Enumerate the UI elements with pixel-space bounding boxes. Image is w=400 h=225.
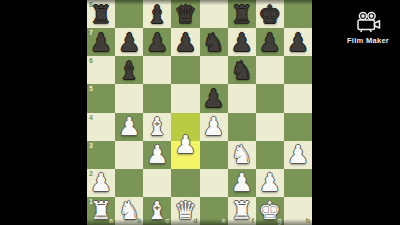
film-maker-watermark: Film Maker — [344, 11, 392, 45]
square-b7[interactable]: ♟ — [115, 28, 143, 56]
watermark-label: Film Maker — [347, 36, 389, 45]
square-g6[interactable] — [256, 56, 284, 84]
square-g4[interactable] — [256, 113, 284, 141]
square-a2[interactable]: 2♟ — [87, 169, 115, 197]
square-f3[interactable]: ♞ — [228, 141, 256, 169]
movie-camera-icon — [355, 11, 382, 34]
square-e4[interactable]: ♟ — [200, 113, 228, 141]
square-a6[interactable]: 6 — [87, 56, 115, 84]
square-f4[interactable] — [228, 113, 256, 141]
video-frame: 8♜♝♛♜♚7♟♟♟♟♞♟♟♟6♝♞5♟4♟♝♟3♟♟♞♟2♟♟♟1a♜b♞c♝… — [0, 0, 400, 225]
piece-black-rook-a8[interactable]: ♜ — [90, 2, 112, 27]
square-g8[interactable]: ♚ — [256, 0, 284, 28]
square-b3[interactable] — [115, 141, 143, 169]
rank-label-6: 6 — [89, 57, 93, 64]
piece-white-pawn-b4[interactable]: ♟ — [118, 114, 140, 139]
square-e6[interactable] — [200, 56, 228, 84]
piece-black-pawn-b7[interactable]: ♟ — [118, 30, 140, 55]
square-a7[interactable]: 7♟ — [87, 28, 115, 56]
square-f2[interactable]: ♟ — [228, 169, 256, 197]
square-d3[interactable]: ♟ — [171, 141, 199, 169]
square-c4[interactable]: ♝ — [143, 113, 171, 141]
piece-white-pawn-d3[interactable]: ♟ — [174, 132, 196, 157]
piece-white-pawn-f2[interactable]: ♟ — [230, 170, 252, 195]
square-c6[interactable] — [143, 56, 171, 84]
piece-black-rook-f8[interactable]: ♜ — [230, 2, 252, 27]
square-h1[interactable]: h — [284, 197, 312, 225]
square-d8[interactable]: ♛ — [171, 0, 199, 28]
square-e1[interactable]: e — [200, 197, 228, 225]
square-g3[interactable] — [256, 141, 284, 169]
piece-black-pawn-e5[interactable]: ♟ — [202, 86, 224, 111]
square-b2[interactable] — [115, 169, 143, 197]
piece-black-queen-d8[interactable]: ♛ — [174, 2, 196, 27]
square-b5[interactable] — [115, 84, 143, 112]
square-h6[interactable] — [284, 56, 312, 84]
square-b4[interactable]: ♟ — [115, 113, 143, 141]
square-c8[interactable]: ♝ — [143, 0, 171, 28]
piece-black-pawn-a7[interactable]: ♟ — [90, 30, 112, 55]
square-f5[interactable] — [228, 84, 256, 112]
piece-white-pawn-c3[interactable]: ♟ — [146, 142, 168, 167]
piece-black-pawn-c7[interactable]: ♟ — [146, 30, 168, 55]
square-b8[interactable] — [115, 0, 143, 28]
rank-label-5: 5 — [89, 85, 93, 92]
piece-white-bishop-c1[interactable]: ♝ — [146, 198, 168, 223]
piece-black-pawn-g7[interactable]: ♟ — [259, 30, 281, 55]
piece-black-bishop-c8[interactable]: ♝ — [146, 2, 168, 27]
piece-black-bishop-b6[interactable]: ♝ — [118, 58, 140, 83]
square-e8[interactable] — [200, 0, 228, 28]
square-d5[interactable] — [171, 84, 199, 112]
square-a1[interactable]: 1a♜ — [87, 197, 115, 225]
piece-white-pawn-g2[interactable]: ♟ — [259, 170, 281, 195]
file-label-e: e — [222, 217, 226, 224]
square-d6[interactable] — [171, 56, 199, 84]
chess-board: 8♜♝♛♜♚7♟♟♟♟♞♟♟♟6♝♞5♟4♟♝♟3♟♟♞♟2♟♟♟1a♜b♞c♝… — [87, 0, 312, 225]
square-f8[interactable]: ♜ — [228, 0, 256, 28]
square-g7[interactable]: ♟ — [256, 28, 284, 56]
square-g5[interactable] — [256, 84, 284, 112]
piece-black-knight-e7[interactable]: ♞ — [202, 30, 224, 55]
square-f6[interactable]: ♞ — [228, 56, 256, 84]
square-e5[interactable]: ♟ — [200, 84, 228, 112]
rank-label-3: 3 — [89, 142, 93, 149]
square-h2[interactable] — [284, 169, 312, 197]
file-label-h: h — [306, 217, 310, 224]
square-c5[interactable] — [143, 84, 171, 112]
square-g2[interactable]: ♟ — [256, 169, 284, 197]
piece-white-pawn-h3[interactable]: ♟ — [287, 142, 309, 167]
square-e2[interactable] — [200, 169, 228, 197]
square-h8[interactable] — [284, 0, 312, 28]
piece-white-rook-f1[interactable]: ♜ — [230, 198, 252, 223]
square-c1[interactable]: c♝ — [143, 197, 171, 225]
square-d2[interactable] — [171, 169, 199, 197]
square-h7[interactable]: ♟ — [284, 28, 312, 56]
piece-white-queen-d1[interactable]: ♛ — [174, 198, 196, 223]
square-d7[interactable]: ♟ — [171, 28, 199, 56]
piece-black-pawn-f7[interactable]: ♟ — [230, 30, 252, 55]
square-c3[interactable]: ♟ — [143, 141, 171, 169]
piece-white-king-g1[interactable]: ♚ — [259, 198, 281, 223]
piece-white-knight-f3[interactable]: ♞ — [230, 142, 252, 167]
square-b1[interactable]: b♞ — [115, 197, 143, 225]
square-h3[interactable]: ♟ — [284, 141, 312, 169]
piece-black-pawn-h7[interactable]: ♟ — [287, 30, 309, 55]
square-f1[interactable]: f♜ — [228, 197, 256, 225]
square-b6[interactable]: ♝ — [115, 56, 143, 84]
piece-black-knight-f6[interactable]: ♞ — [230, 58, 252, 83]
square-h4[interactable] — [284, 113, 312, 141]
rank-label-4: 4 — [89, 114, 93, 121]
square-d1[interactable]: d♛ — [171, 197, 199, 225]
square-a4[interactable]: 4 — [87, 113, 115, 141]
piece-white-rook-a1[interactable]: ♜ — [90, 198, 112, 223]
piece-white-bishop-c4[interactable]: ♝ — [146, 114, 168, 139]
square-e7[interactable]: ♞ — [200, 28, 228, 56]
square-a8[interactable]: 8♜ — [87, 0, 115, 28]
piece-black-king-g8[interactable]: ♚ — [259, 2, 281, 27]
piece-white-pawn-a2[interactable]: ♟ — [90, 170, 112, 195]
square-e3[interactable] — [200, 141, 228, 169]
piece-black-pawn-d7[interactable]: ♟ — [174, 30, 196, 55]
square-f7[interactable]: ♟ — [228, 28, 256, 56]
piece-white-pawn-e4[interactable]: ♟ — [202, 114, 224, 139]
square-a3[interactable]: 3 — [87, 141, 115, 169]
square-c2[interactable] — [143, 169, 171, 197]
square-a5[interactable]: 5 — [87, 84, 115, 112]
piece-white-knight-b1[interactable]: ♞ — [118, 198, 140, 223]
square-c7[interactable]: ♟ — [143, 28, 171, 56]
square-g1[interactable]: g♚ — [256, 197, 284, 225]
square-h5[interactable] — [284, 84, 312, 112]
